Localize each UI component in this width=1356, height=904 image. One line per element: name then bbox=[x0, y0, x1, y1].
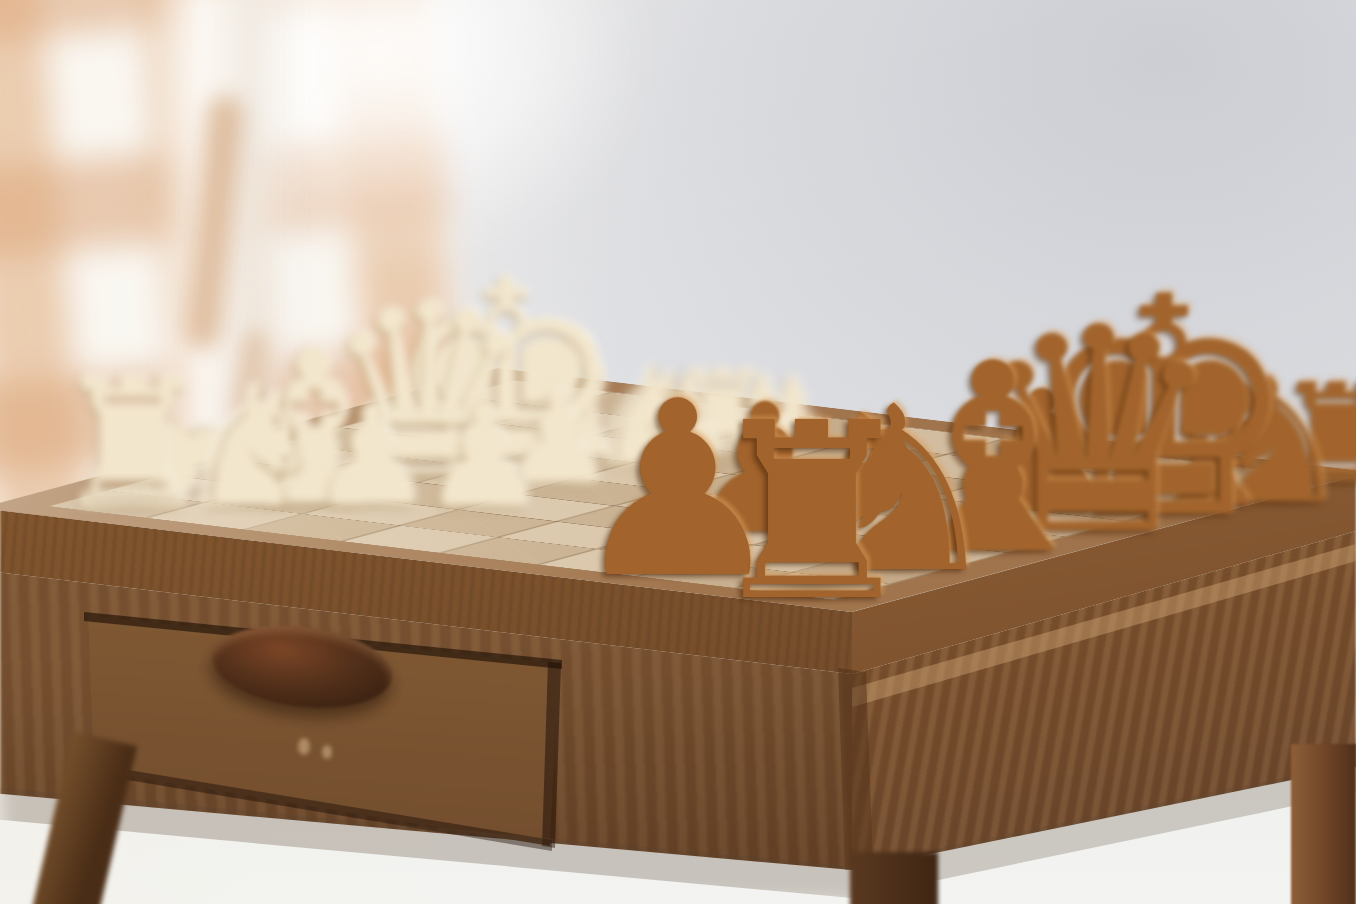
piece-brown-rook: ♜ bbox=[703, 391, 922, 635]
piece-white-pawn: ♟ bbox=[420, 386, 547, 528]
pieces-layer: ♜♟♞♝♟♛♟♚♟♝♞♟♜♟♟♟♟♜♞♝♟♛♚♝♞♜ bbox=[0, 0, 1356, 904]
piece-white-rook: ♜ bbox=[51, 355, 212, 535]
piece-white-pawn: ♟ bbox=[310, 387, 435, 526]
scene-chess-table-photo: ♜♟♞♝♟♛♟♚♟♝♞♟♜♟♟♟♟♜♞♝♟♛♚♝♞♜ bbox=[0, 0, 1356, 904]
